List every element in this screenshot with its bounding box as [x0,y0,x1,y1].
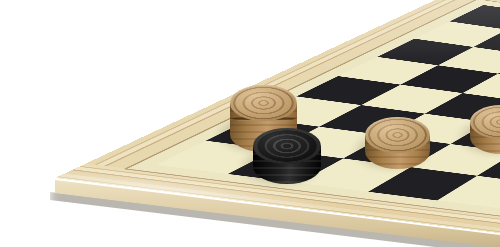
piece-black-man-b1[interactable]: ⛂ [253,128,321,202]
board-photo-stage: ⛁⛀⛀⛂ [0,0,500,247]
piece-top-face: ⛀ [365,117,430,153]
piece-top-face: ⛁ [230,85,297,121]
piece-white-man-d3[interactable]: ⛀ [470,105,500,171]
piece-top-face: ⛂ [253,128,321,164]
piece-white-man-c2[interactable]: ⛀ [365,117,430,187]
